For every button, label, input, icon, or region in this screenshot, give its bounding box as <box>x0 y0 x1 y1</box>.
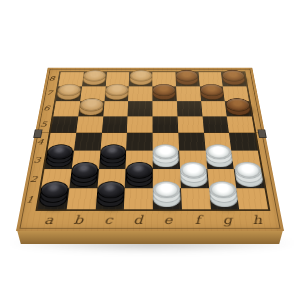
square-c6[interactable] <box>103 101 128 117</box>
square-a1[interactable] <box>38 188 69 209</box>
square-c1[interactable] <box>95 188 125 209</box>
rank-label-5: 5 <box>35 116 52 133</box>
file-label-e: e <box>153 213 183 230</box>
square-f6[interactable] <box>177 101 203 117</box>
file-labels: abcdefgh <box>32 213 274 230</box>
square-d1[interactable] <box>124 188 153 209</box>
board-front-edge <box>14 229 286 244</box>
square-g6[interactable] <box>201 101 227 117</box>
square-a6[interactable] <box>53 101 80 117</box>
square-b4[interactable] <box>74 133 102 150</box>
square-d5[interactable] <box>127 117 153 133</box>
board-frame: 87654321 abcdefgh <box>16 68 284 231</box>
white-piece-stack-h2[interactable] <box>234 169 264 188</box>
square-g3[interactable] <box>205 150 234 168</box>
black-piece-stack-a3[interactable] <box>45 150 74 168</box>
square-e6[interactable] <box>152 101 177 117</box>
rank-label-7: 7 <box>41 86 57 101</box>
square-g5[interactable] <box>202 117 229 133</box>
white-piece-stack-e1[interactable] <box>153 188 181 208</box>
file-label-a: a <box>32 213 64 230</box>
black-piece-stack-c3[interactable] <box>99 150 126 168</box>
black-piece-stack-c1[interactable] <box>96 188 125 208</box>
file-label-c: c <box>93 213 124 230</box>
square-d2[interactable] <box>125 169 153 189</box>
dark-wood-piece-stack-h8[interactable] <box>221 72 246 86</box>
file-label-b: b <box>62 213 94 230</box>
square-h6[interactable] <box>225 101 252 117</box>
checkers-board-photo: 87654321 abcdefgh <box>0 0 300 300</box>
black-piece-stack-d2[interactable] <box>125 169 152 188</box>
file-label-d: d <box>123 213 153 230</box>
square-b5[interactable] <box>76 117 103 133</box>
black-piece-stack-a1[interactable] <box>38 188 69 208</box>
white-piece-stack-g3[interactable] <box>205 150 233 168</box>
square-d8[interactable] <box>129 72 153 86</box>
white-piece-stack-e3[interactable] <box>153 150 180 168</box>
hinge-right <box>257 130 266 138</box>
square-f7[interactable] <box>176 86 201 101</box>
file-label-f: f <box>182 213 213 230</box>
file-label-h: h <box>241 213 274 230</box>
rank-label-6: 6 <box>38 101 54 117</box>
square-b1[interactable] <box>66 188 97 209</box>
square-e1[interactable] <box>153 188 182 209</box>
square-a3[interactable] <box>44 150 73 168</box>
square-b8[interactable] <box>82 72 107 86</box>
dark-wood-piece-stack-f8[interactable] <box>175 72 199 86</box>
board-top-surface: 87654321 abcdefgh <box>16 68 284 231</box>
square-h4[interactable] <box>229 133 258 150</box>
light-wood-piece-stack-c7[interactable] <box>104 86 128 100</box>
square-h8[interactable] <box>221 72 246 86</box>
dark-wood-piece-stack-h6[interactable] <box>225 101 251 116</box>
square-f8[interactable] <box>175 72 199 86</box>
file-label-g: g <box>212 213 244 230</box>
square-h2[interactable] <box>234 169 265 189</box>
rank-label-8: 8 <box>44 71 59 85</box>
square-f1[interactable] <box>181 188 211 209</box>
square-e5[interactable] <box>153 117 179 133</box>
square-e7[interactable] <box>152 86 176 101</box>
rank-label-4: 4 <box>32 133 49 151</box>
square-a5[interactable] <box>50 117 78 133</box>
square-f5[interactable] <box>177 117 203 133</box>
light-wood-piece-stack-b6[interactable] <box>78 101 104 116</box>
square-a7[interactable] <box>56 86 82 101</box>
square-d7[interactable] <box>128 86 152 101</box>
fold-seam <box>35 132 265 133</box>
light-wood-piece-stack-b8[interactable] <box>82 72 106 86</box>
square-d4[interactable] <box>126 133 152 150</box>
dark-wood-piece-stack-g7[interactable] <box>200 86 225 100</box>
square-b2[interactable] <box>69 169 99 189</box>
square-f2[interactable] <box>180 169 209 189</box>
dark-wood-piece-stack-e7[interactable] <box>153 86 177 100</box>
light-wood-piece-stack-a7[interactable] <box>56 86 81 100</box>
square-e3[interactable] <box>153 150 180 168</box>
square-g7[interactable] <box>199 86 224 101</box>
square-h5[interactable] <box>227 117 255 133</box>
square-c3[interactable] <box>99 150 127 168</box>
board-grid <box>35 71 270 210</box>
square-b6[interactable] <box>78 101 104 117</box>
white-piece-stack-f2[interactable] <box>180 169 208 188</box>
square-d6[interactable] <box>128 101 153 117</box>
black-piece-stack-b2[interactable] <box>69 169 98 188</box>
square-g1[interactable] <box>209 188 240 209</box>
light-wood-piece-stack-d8[interactable] <box>129 72 152 86</box>
square-h1[interactable] <box>237 188 269 209</box>
square-c5[interactable] <box>102 117 128 133</box>
square-f4[interactable] <box>178 133 205 150</box>
square-c7[interactable] <box>104 86 129 101</box>
white-piece-stack-g1[interactable] <box>209 188 239 208</box>
